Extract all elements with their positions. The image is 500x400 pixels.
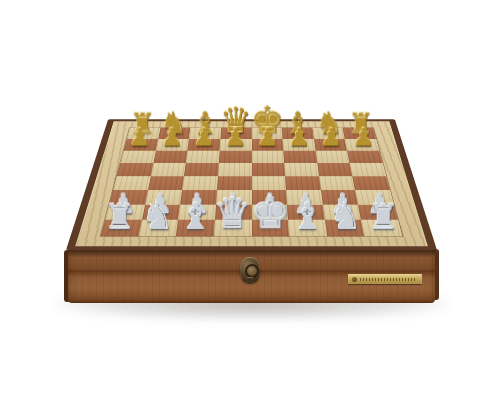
clasp-latch-icon: [237, 255, 263, 285]
square-e6: [252, 151, 285, 163]
square-d4: [217, 176, 252, 190]
square-f7: ♟: [283, 139, 316, 151]
square-d5: [218, 163, 252, 176]
square-b6: [153, 151, 187, 163]
square-e3: [252, 190, 288, 205]
square-f4: [285, 176, 321, 190]
square-h4: [353, 176, 390, 190]
clasp-hook: [247, 277, 253, 284]
square-g4: [319, 176, 355, 190]
square-e5: [252, 163, 286, 176]
square-g3: [321, 190, 359, 205]
square-e2: ♟: [252, 205, 289, 220]
brass-plaque: [348, 274, 422, 284]
clasp-ring: [245, 264, 259, 278]
square-c5: [184, 163, 219, 176]
silver-rook: ♜: [104, 200, 135, 235]
square-f8: ♝: [282, 128, 314, 139]
board-perspective: ♜♞♝♛♚♝♞♜♟♟♟♟♟♟♟♟♟♟♟♟♟♟♟♟♜♞♝♛♚♝♞♜: [66, 0, 437, 250]
square-a7: ♟: [124, 139, 158, 151]
product-photo: ♜♞♝♛♚♝♞♜♟♟♟♟♟♟♟♟♟♟♟♟♟♟♟♟♜♞♝♛♚♝♞♜: [0, 0, 500, 400]
square-c3: [180, 190, 217, 205]
chess-board: ♜♞♝♛♚♝♞♜♟♟♟♟♟♟♟♟♟♟♟♟♟♟♟♟♜♞♝♛♚♝♞♜: [66, 119, 437, 250]
square-d8: ♛: [220, 128, 251, 139]
square-a4: [113, 176, 150, 190]
square-f1: ♝: [288, 220, 327, 236]
gold-queen: ♛: [220, 103, 252, 138]
square-h1: ♜: [361, 220, 402, 236]
square-c2: ♟: [178, 205, 216, 220]
square-e7: ♟: [252, 139, 284, 151]
square-b7: ♟: [156, 139, 190, 151]
square-f5: [284, 163, 319, 176]
square-g5: [317, 163, 352, 176]
square-b3: [145, 190, 183, 205]
square-c7: ♟: [188, 139, 221, 151]
square-f3: [286, 190, 323, 205]
plaque-emblem-icon: [352, 277, 357, 282]
square-g2: ♟: [323, 205, 362, 220]
square-a1: ♜: [101, 220, 142, 236]
square-d1: ♛: [214, 220, 252, 236]
square-a5: [117, 163, 153, 176]
square-d7: ♟: [220, 139, 252, 151]
square-h7: ♟: [345, 139, 379, 151]
square-c1: ♝: [176, 220, 215, 236]
square-h6: [347, 151, 382, 163]
square-h2: ♟: [358, 205, 398, 220]
gold-knight: ♞: [316, 108, 343, 139]
square-a3: [109, 190, 147, 205]
gold-rook: ♜: [130, 109, 156, 138]
square-c6: [186, 151, 220, 163]
silver-rook: ♜: [367, 200, 398, 235]
board-playing-area: ♜♞♝♛♚♝♞♜♟♟♟♟♟♟♟♟♟♟♟♟♟♟♟♟♜♞♝♛♚♝♞♜: [101, 128, 403, 236]
plaque-engraving: [360, 278, 416, 281]
square-g1: ♞: [325, 220, 365, 236]
square-c8: ♝: [189, 128, 221, 139]
square-g6: [315, 151, 349, 163]
board-grid: ♜♞♝♛♚♝♞♜♟♟♟♟♟♟♟♟♟♟♟♟♟♟♟♟♜♞♝♛♚♝♞♜: [101, 128, 403, 236]
square-d3: [216, 190, 252, 205]
square-g7: ♟: [314, 139, 348, 151]
gold-bishop: ♝: [191, 108, 218, 139]
square-f2: ♟: [287, 205, 325, 220]
square-e4: [252, 176, 287, 190]
square-b8: ♞: [158, 128, 191, 139]
box-front: [68, 250, 435, 303]
square-c4: [182, 176, 218, 190]
square-g8: ♞: [312, 128, 345, 139]
square-b5: [150, 163, 185, 176]
square-b1: ♞: [138, 220, 178, 236]
gold-rook: ♜: [347, 109, 373, 138]
square-b2: ♟: [142, 205, 181, 220]
square-d2: ♟: [215, 205, 252, 220]
gold-bishop: ♝: [284, 108, 311, 139]
gold-king: ♚: [250, 101, 283, 138]
square-b4: [148, 176, 184, 190]
square-a8: ♜: [127, 128, 160, 139]
square-e1: ♚: [252, 220, 290, 236]
square-d6: [219, 151, 252, 163]
square-e8: ♚: [252, 128, 283, 139]
gold-knight: ♞: [160, 108, 187, 139]
square-a2: ♟: [105, 205, 145, 220]
square-f6: [283, 151, 317, 163]
square-h5: [350, 163, 386, 176]
square-h3: [355, 190, 393, 205]
square-h8: ♜: [343, 128, 376, 139]
square-a6: [120, 151, 155, 163]
